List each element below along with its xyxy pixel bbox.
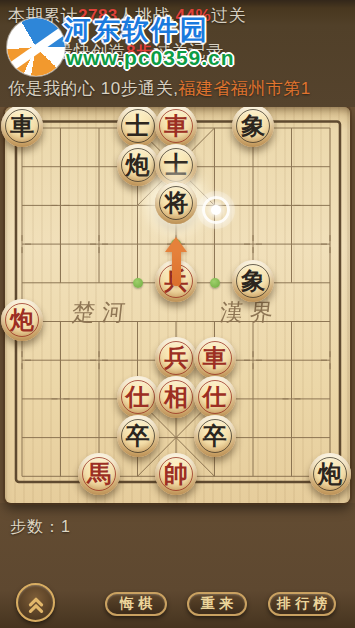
move-hint-dot[interactable] bbox=[133, 278, 143, 288]
challenge-stats-line: 本期累计2783人挑战,44%过关 bbox=[8, 4, 246, 27]
top-player-name: 你是我的心 10步通关, bbox=[8, 79, 178, 98]
move-counter: 步数：1 bbox=[10, 517, 71, 538]
piece-black-cannon[interactable]: 炮 bbox=[117, 144, 159, 186]
app-screen: 本期累计2783人挑战,44%过关 最快创造8步过关记录 你是我的心 10步通关… bbox=[0, 0, 355, 628]
xiangqi-board[interactable]: 楚河 漢界 車士車象炮士将兵象炮兵車仕相仕卒卒馬帥炮 bbox=[5, 107, 350, 503]
record-line: 最快创造8步过关记录 bbox=[56, 40, 223, 63]
piece-red-elephant[interactable]: 相 bbox=[155, 376, 197, 418]
challenge-header: 本期累计2783人挑战,44%过关 最快创造8步过关记录 你是我的心 10步通关… bbox=[0, 0, 355, 107]
stats-mid: 人挑战, bbox=[118, 6, 176, 25]
piece-red-chariot[interactable]: 車 bbox=[155, 105, 197, 147]
piece-red-chariot[interactable]: 車 bbox=[194, 337, 236, 379]
stats-prefix: 本期累计 bbox=[8, 6, 78, 25]
record-prefix: 最快创造 bbox=[56, 42, 126, 61]
board-pieces: 車士車象炮士将兵象炮兵車仕相仕卒卒馬帥炮 bbox=[5, 107, 350, 503]
piece-red-advisor[interactable]: 仕 bbox=[117, 376, 159, 418]
move-hint-dot[interactable] bbox=[210, 278, 220, 288]
piece-black-cannon[interactable]: 炮 bbox=[309, 453, 351, 495]
piece-black-advisor[interactable]: 士 bbox=[155, 144, 197, 186]
record-suffix: 过关记录 bbox=[153, 42, 223, 61]
piece-red-soldier[interactable]: 兵 bbox=[155, 337, 197, 379]
top-player-line: 你是我的心 10步通关,福建省福州市第1 bbox=[8, 77, 311, 100]
pass-rate: 44% bbox=[176, 6, 212, 25]
challenger-count: 2783 bbox=[78, 6, 118, 25]
top-player-region: 福建省福州市第1 bbox=[178, 79, 310, 98]
piece-black-advisor[interactable]: 士 bbox=[117, 105, 159, 147]
cursor-click-indicator bbox=[202, 196, 230, 224]
undo-button[interactable]: 悔棋 bbox=[105, 592, 167, 616]
restart-button[interactable]: 重来 bbox=[187, 592, 247, 616]
piece-black-king[interactable]: 将 bbox=[155, 182, 197, 224]
bottom-bar: 步数：1 悔棋 重来 排行榜 bbox=[0, 503, 355, 628]
piece-black-soldier[interactable]: 卒 bbox=[117, 415, 159, 457]
move-hint-arrow-icon bbox=[165, 237, 187, 286]
piece-black-elephant[interactable]: 象 bbox=[232, 260, 274, 302]
piece-black-chariot[interactable]: 車 bbox=[1, 105, 43, 147]
piece-red-cannon[interactable]: 炮 bbox=[1, 299, 43, 341]
collapse-panel-button[interactable] bbox=[16, 583, 55, 622]
piece-red-king[interactable]: 帥 bbox=[155, 453, 197, 495]
piece-black-soldier[interactable]: 卒 bbox=[194, 415, 236, 457]
move-counter-value: 1 bbox=[61, 518, 71, 535]
move-counter-label: 步数： bbox=[10, 518, 61, 535]
leaderboard-button[interactable]: 排行榜 bbox=[268, 592, 336, 616]
stats-suffix: 过关 bbox=[211, 6, 246, 25]
record-steps: 8步 bbox=[126, 42, 153, 61]
piece-red-advisor[interactable]: 仕 bbox=[194, 376, 236, 418]
double-chevron-up-icon bbox=[23, 590, 49, 616]
piece-red-horse[interactable]: 馬 bbox=[78, 453, 120, 495]
piece-black-elephant[interactable]: 象 bbox=[232, 105, 274, 147]
